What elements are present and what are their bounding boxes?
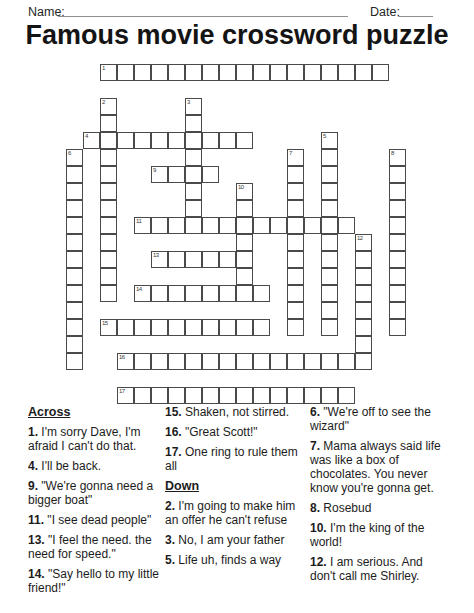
grid-cell-r13c19[interactable] [389, 285, 406, 302]
cell-number: 13 [153, 252, 159, 258]
grid-cell-r15c10[interactable] [236, 319, 253, 336]
grid-cell-r15c6[interactable] [168, 319, 185, 336]
grid-cell-r9c5[interactable] [151, 217, 168, 234]
grid-cell-r19c16[interactable] [338, 387, 355, 404]
grid-cell-r13c13[interactable] [287, 285, 304, 302]
grid-cell-r8c2[interactable] [100, 200, 117, 217]
grid-cell-r4c8[interactable] [202, 132, 219, 149]
grid-cell-r17c9[interactable] [219, 353, 236, 370]
grid-cell-r10c0[interactable] [66, 234, 83, 251]
clue-number: 17. [165, 445, 182, 459]
grid-cell-r17c15[interactable] [321, 353, 338, 370]
clue-3: 3. No, I am your father [165, 533, 299, 547]
grid-cell-r13c4[interactable]: 14 [134, 285, 151, 302]
grid-cell-r19c8[interactable] [202, 387, 219, 404]
grid-cell-r11c10[interactable] [236, 251, 253, 268]
grid-cell-r3c2[interactable] [100, 115, 117, 132]
crossword-grid: 1234567891011121314151617 [66, 64, 406, 404]
grid-cell-r11c13[interactable] [287, 251, 304, 268]
grid-cell-r19c4[interactable] [134, 387, 151, 404]
clue-5: 5. Life uh, finds a way [165, 553, 299, 567]
clue-number: 10. [310, 521, 327, 535]
grid-cell-r12c10[interactable] [236, 268, 253, 285]
cell-number: 6 [68, 150, 71, 156]
grid-cell-r15c7[interactable] [185, 319, 202, 336]
grid-cell-r12c2[interactable] [100, 268, 117, 285]
grid-cell-r6c6[interactable] [168, 166, 185, 183]
clues-heading-down: Down [165, 479, 299, 493]
grid-cell-r17c10[interactable] [236, 353, 253, 370]
grid-cell-r19c11[interactable] [253, 387, 270, 404]
grid-cell-r0c5[interactable] [151, 64, 168, 81]
grid-cell-r10c17[interactable]: 12 [355, 234, 372, 251]
grid-cell-r14c19[interactable] [389, 302, 406, 319]
grid-cell-r0c12[interactable] [270, 64, 287, 81]
cell-number: 4 [85, 133, 88, 139]
grid-cell-r15c19[interactable] [389, 319, 406, 336]
grid-cell-r12c0[interactable] [66, 268, 83, 285]
grid-cell-r5c13[interactable]: 7 [287, 149, 304, 166]
clues-column-down: 6. "We're off to see the wizard"7. Mama … [310, 405, 443, 589]
grid-cell-r0c7[interactable] [185, 64, 202, 81]
cell-number: 2 [102, 99, 105, 105]
grid-cell-r6c7[interactable] [185, 166, 202, 183]
grid-cell-r10c13[interactable] [287, 234, 304, 251]
grid-cell-r0c8[interactable] [202, 64, 219, 81]
grid-cell-r17c16[interactable] [338, 353, 355, 370]
grid-cell-r11c0[interactable] [66, 251, 83, 268]
grid-cell-r17c13[interactable] [287, 353, 304, 370]
grid-cell-r12c13[interactable] [287, 268, 304, 285]
grid-cell-r2c2[interactable]: 2 [100, 98, 117, 115]
grid-cell-r7c0[interactable] [66, 183, 83, 200]
grid-cell-r13c6[interactable] [168, 285, 185, 302]
clue-1: 1. I'm sorry Dave, I'm afraid I can't do… [28, 425, 164, 453]
grid-cell-r19c3[interactable]: 17 [117, 387, 134, 404]
clue-number: 8. [310, 501, 320, 515]
grid-cell-r4c15[interactable]: 5 [321, 132, 338, 149]
grid-cell-r11c17[interactable] [355, 251, 372, 268]
clue-12: 12. I am serious. And don't call me Shir… [310, 555, 443, 583]
clue-number: 13. [28, 533, 45, 547]
grid-cell-r5c0[interactable]: 6 [66, 149, 83, 166]
grid-cell-r4c4[interactable] [134, 132, 151, 149]
grid-cell-r6c8[interactable] [202, 166, 219, 183]
grid-cell-r6c5[interactable]: 9 [151, 166, 168, 183]
clue-number: 1. [28, 425, 38, 439]
grid-cell-r15c15[interactable] [321, 319, 338, 336]
grid-cell-r9c11[interactable] [253, 217, 270, 234]
grid-cell-r11c19[interactable] [389, 251, 406, 268]
grid-cell-r17c12[interactable] [270, 353, 287, 370]
cell-number: 16 [119, 354, 125, 360]
clue-number: 2. [165, 499, 175, 513]
grid-cell-r19c5[interactable] [151, 387, 168, 404]
clue-15: 15. Shaken, not stirred. [165, 405, 299, 419]
grid-cell-r10c19[interactable] [389, 234, 406, 251]
grid-cell-r12c19[interactable] [389, 268, 406, 285]
grid-cell-r19c13[interactable] [287, 387, 304, 404]
grid-cell-r10c15[interactable] [321, 234, 338, 251]
clue-8: 8. Rosebud [310, 501, 443, 515]
grid-cell-r19c7[interactable] [185, 387, 202, 404]
grid-cell-r11c7[interactable] [185, 251, 202, 268]
cell-number: 1 [102, 65, 105, 71]
clue-16: 16. "Great Scott!" [165, 425, 299, 439]
grid-cell-r10c2[interactable] [100, 234, 117, 251]
grid-cell-r0c17[interactable] [355, 64, 372, 81]
page-title: Famous movie crossword puzzle [0, 20, 474, 51]
grid-cell-r0c13[interactable] [287, 64, 304, 81]
grid-cell-r3c7[interactable] [185, 115, 202, 132]
grid-cell-r13c5[interactable] [151, 285, 168, 302]
grid-cell-r16c0[interactable] [66, 336, 83, 353]
grid-cell-r11c2[interactable] [100, 251, 117, 268]
grid-cell-r6c0[interactable] [66, 166, 83, 183]
grid-cell-r13c2[interactable] [100, 285, 117, 302]
clue-number: 16. [165, 425, 182, 439]
grid-cell-r15c0[interactable] [66, 319, 83, 336]
grid-cell-r8c19[interactable] [389, 200, 406, 217]
cell-number: 3 [187, 99, 190, 105]
grid-cell-r7c19[interactable] [389, 183, 406, 200]
grid-cell-r15c11[interactable] [253, 319, 270, 336]
grid-cell-r4c2[interactable] [100, 132, 117, 149]
clue-10: 10. I'm the king of the world! [310, 521, 443, 549]
grid-cell-r14c15[interactable] [321, 302, 338, 319]
grid-cell-r2c7[interactable]: 3 [185, 98, 202, 115]
grid-cell-r17c7[interactable] [185, 353, 202, 370]
date-input-line[interactable] [398, 16, 433, 17]
date-label: Date: [370, 5, 400, 19]
grid-cell-r13c11[interactable] [253, 285, 270, 302]
grid-cell-r15c2[interactable]: 15 [100, 319, 117, 336]
grid-cell-r17c4[interactable] [134, 353, 151, 370]
grid-cell-r19c9[interactable] [219, 387, 236, 404]
grid-cell-r9c16[interactable] [338, 217, 355, 234]
grid-cell-r4c6[interactable] [168, 132, 185, 149]
grid-cell-r15c13[interactable] [287, 319, 304, 336]
clue-7: 7. Mama always said life was like a box … [310, 439, 443, 495]
grid-cell-r9c12[interactable] [270, 217, 287, 234]
clues-column-across: Across1. I'm sorry Dave, I'm afraid I ca… [28, 405, 164, 601]
cell-number: 14 [136, 286, 142, 292]
cell-number: 12 [357, 235, 363, 241]
grid-cell-r9c19[interactable] [389, 217, 406, 234]
grid-cell-r0c11[interactable] [253, 64, 270, 81]
grid-cell-r11c15[interactable] [321, 251, 338, 268]
grid-cell-r8c15[interactable] [321, 200, 338, 217]
clue-4: 4. I'll be back. [28, 459, 164, 473]
clue-number: 4. [28, 459, 38, 473]
grid-cell-r11c6[interactable] [168, 251, 185, 268]
grid-cell-r13c10[interactable] [236, 285, 253, 302]
clue-number: 5. [165, 553, 175, 567]
grid-cell-r4c10[interactable] [236, 132, 253, 149]
grid-cell-r0c2[interactable]: 1 [100, 64, 117, 81]
grid-cell-r9c0[interactable] [66, 217, 83, 234]
grid-cell-r9c9[interactable] [219, 217, 236, 234]
grid-cell-r12c15[interactable] [321, 268, 338, 285]
grid-cell-r13c8[interactable] [202, 285, 219, 302]
grid-cell-r14c17[interactable] [355, 302, 372, 319]
clues-column-middle: 15. Shaken, not stirred.16. "Great Scott… [165, 405, 299, 573]
grid-cell-r9c4[interactable]: 11 [134, 217, 151, 234]
grid-cell-r7c13[interactable] [287, 183, 304, 200]
grid-cell-r15c9[interactable] [219, 319, 236, 336]
grid-cell-r16c17[interactable] [355, 336, 372, 353]
clue-number: 15. [165, 405, 182, 419]
clue-14: 14. "Say hello to my little friend!" [28, 567, 164, 595]
grid-cell-r10c10[interactable] [236, 234, 253, 251]
grid-cell-r6c13[interactable] [287, 166, 304, 183]
cell-number: 7 [289, 150, 292, 156]
grid-cell-r12c17[interactable] [355, 268, 372, 285]
grid-cell-r4c7[interactable] [185, 132, 202, 149]
grid-cell-r0c4[interactable] [134, 64, 151, 81]
cell-number: 15 [102, 320, 108, 326]
grid-cell-r0c15[interactable] [321, 64, 338, 81]
grid-cell-r8c13[interactable] [287, 200, 304, 217]
grid-cell-r4c5[interactable] [151, 132, 168, 149]
grid-cell-r7c7[interactable] [185, 183, 202, 200]
grid-cell-r17c3[interactable]: 16 [117, 353, 134, 370]
clue-13: 13. "I feel the need. the need for speed… [28, 533, 164, 561]
name-input-line[interactable] [58, 16, 348, 17]
cell-number: 8 [391, 150, 394, 156]
grid-cell-r19c10[interactable] [236, 387, 253, 404]
grid-cell-r0c3[interactable] [117, 64, 134, 81]
clues-heading-across: Across [28, 405, 164, 419]
grid-cell-r7c10[interactable]: 10 [236, 183, 253, 200]
cell-number: 10 [238, 184, 244, 190]
clue-number: 11. [28, 513, 44, 527]
clue-17: 17. One ring to rule them all [165, 445, 299, 473]
grid-cell-r17c11[interactable] [253, 353, 270, 370]
cell-number: 5 [323, 133, 326, 139]
grid-cell-r8c7[interactable] [185, 200, 202, 217]
grid-cell-r11c8[interactable] [202, 251, 219, 268]
grid-cell-r8c0[interactable] [66, 200, 83, 217]
grid-cell-r5c2[interactable] [100, 149, 117, 166]
grid-cell-r6c19[interactable] [389, 166, 406, 183]
grid-cell-r13c7[interactable] [185, 285, 202, 302]
grid-cell-r9c15[interactable] [321, 217, 338, 234]
grid-cell-r15c17[interactable] [355, 319, 372, 336]
grid-cell-r0c14[interactable] [304, 64, 321, 81]
grid-cell-r13c17[interactable] [355, 285, 372, 302]
grid-cell-r14c0[interactable] [66, 302, 83, 319]
grid-cell-r15c8[interactable] [202, 319, 219, 336]
grid-cell-r15c3[interactable] [117, 319, 134, 336]
grid-cell-r19c15[interactable] [321, 387, 338, 404]
clue-number: 12. [310, 555, 327, 569]
grid-cell-r13c9[interactable] [219, 285, 236, 302]
grid-cell-r0c9[interactable] [219, 64, 236, 81]
grid-cell-r17c8[interactable] [202, 353, 219, 370]
grid-cell-r14c13[interactable] [287, 302, 304, 319]
grid-cell-r6c2[interactable] [100, 166, 117, 183]
clue-number: 3. [165, 533, 175, 547]
grid-cell-r9c7[interactable] [185, 217, 202, 234]
grid-cell-r8c10[interactable] [236, 200, 253, 217]
grid-cell-r7c15[interactable] [321, 183, 338, 200]
clue-number: 7. [310, 439, 320, 453]
grid-cell-r4c1[interactable]: 4 [83, 132, 100, 149]
cell-number: 17 [119, 388, 125, 394]
grid-cell-r0c10[interactable] [236, 64, 253, 81]
grid-cell-r4c9[interactable] [219, 132, 236, 149]
clue-number: 9. [28, 479, 38, 493]
cell-number: 9 [153, 167, 156, 173]
clue-6: 6. "We're off to see the wizard" [310, 405, 443, 433]
grid-cell-r13c15[interactable] [321, 285, 338, 302]
grid-cell-r6c15[interactable] [321, 166, 338, 183]
grid-cell-r5c19[interactable]: 8 [389, 149, 406, 166]
grid-cell-r5c15[interactable] [321, 149, 338, 166]
grid-cell-r15c5[interactable] [151, 319, 168, 336]
grid-cell-r11c5[interactable]: 13 [151, 251, 168, 268]
grid-cell-r0c18[interactable] [372, 64, 389, 81]
grid-cell-r4c3[interactable] [117, 132, 134, 149]
grid-cell-r9c2[interactable] [100, 217, 117, 234]
grid-cell-r9c6[interactable] [168, 217, 185, 234]
grid-cell-r17c6[interactable] [168, 353, 185, 370]
grid-cell-r9c14[interactable] [304, 217, 321, 234]
grid-cell-r7c2[interactable] [100, 183, 117, 200]
clue-number: 6. [310, 405, 320, 419]
grid-cell-r0c16[interactable] [338, 64, 355, 81]
grid-cell-r0c6[interactable] [168, 64, 185, 81]
grid-cell-r17c5[interactable] [151, 353, 168, 370]
clue-9: 9. "We're gonna need a bigger boat" [28, 479, 164, 507]
grid-cell-r9c8[interactable] [202, 217, 219, 234]
cell-number: 11 [136, 218, 141, 224]
grid-cell-r17c14[interactable] [304, 353, 321, 370]
clue-2: 2. I'm going to make him an offer he can… [165, 499, 299, 527]
clue-number: 14. [28, 567, 45, 581]
grid-cell-r15c4[interactable] [134, 319, 151, 336]
grid-cell-r17c0[interactable] [66, 353, 83, 370]
grid-cell-r19c6[interactable] [168, 387, 185, 404]
grid-cell-r11c9[interactable] [219, 251, 236, 268]
grid-cell-r9c10[interactable] [236, 217, 253, 234]
grid-cell-r13c0[interactable] [66, 285, 83, 302]
clue-11: 11. "I see dead people" [28, 513, 164, 527]
grid-cell-r5c7[interactable] [185, 149, 202, 166]
grid-cell-r9c13[interactable] [287, 217, 304, 234]
grid-cell-r19c14[interactable] [304, 387, 321, 404]
grid-cell-r19c12[interactable] [270, 387, 287, 404]
grid-cell-r17c17[interactable] [355, 353, 372, 370]
